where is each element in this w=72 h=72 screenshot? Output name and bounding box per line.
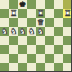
square-a6[interactable] bbox=[0, 18, 9, 27]
square-c8[interactable]: ♚ bbox=[18, 0, 27, 9]
square-e6[interactable]: ♛ bbox=[36, 18, 45, 27]
square-f6[interactable] bbox=[45, 18, 54, 27]
chess-board: ♚♜♜♜♛♞♞♞♞♞ bbox=[0, 0, 72, 72]
board-border-right bbox=[71, 0, 72, 72]
square-b6[interactable] bbox=[9, 18, 18, 27]
piece-white-rook: ♜ bbox=[10, 9, 17, 18]
square-a3[interactable] bbox=[0, 45, 9, 54]
square-g7[interactable] bbox=[54, 9, 63, 18]
square-d4[interactable] bbox=[27, 36, 36, 45]
square-c2[interactable] bbox=[18, 54, 27, 63]
square-c4[interactable] bbox=[18, 36, 27, 45]
square-a5[interactable]: ♞ bbox=[0, 27, 9, 36]
square-c5[interactable]: ♞ bbox=[18, 27, 27, 36]
square-g2[interactable] bbox=[54, 54, 63, 63]
square-c7[interactable] bbox=[18, 9, 27, 18]
piece-black-king: ♚ bbox=[19, 0, 26, 9]
square-c6[interactable] bbox=[18, 18, 27, 27]
square-d6[interactable] bbox=[27, 18, 36, 27]
square-b4[interactable] bbox=[9, 36, 18, 45]
piece-white-knight: ♞ bbox=[37, 27, 44, 36]
square-d2[interactable] bbox=[27, 54, 36, 63]
square-f8[interactable] bbox=[45, 0, 54, 9]
square-e4[interactable] bbox=[36, 36, 45, 45]
piece-white-rook: ♜ bbox=[37, 9, 44, 18]
square-e3[interactable] bbox=[36, 45, 45, 54]
square-d3[interactable] bbox=[27, 45, 36, 54]
square-d5[interactable]: ♞ bbox=[27, 27, 36, 36]
square-b3[interactable] bbox=[9, 45, 18, 54]
piece-white-knight: ♞ bbox=[28, 27, 35, 36]
square-b2[interactable] bbox=[9, 54, 18, 63]
square-f7[interactable] bbox=[45, 9, 54, 18]
square-e7[interactable]: ♜ bbox=[36, 9, 45, 18]
square-c3[interactable] bbox=[18, 45, 27, 54]
square-a7[interactable] bbox=[0, 9, 9, 18]
piece-white-knight: ♞ bbox=[10, 27, 17, 36]
board-border-bottom bbox=[0, 71, 72, 72]
square-d8[interactable] bbox=[27, 0, 36, 9]
square-a8[interactable] bbox=[0, 0, 9, 9]
square-g8[interactable] bbox=[54, 0, 63, 9]
square-e2[interactable] bbox=[36, 54, 45, 63]
square-g6[interactable] bbox=[54, 18, 63, 27]
square-g5[interactable] bbox=[54, 27, 63, 36]
square-g4[interactable] bbox=[54, 36, 63, 45]
square-f4[interactable] bbox=[45, 36, 54, 45]
square-f3[interactable] bbox=[45, 45, 54, 54]
square-e5[interactable]: ♞ bbox=[36, 27, 45, 36]
square-f2[interactable] bbox=[45, 54, 54, 63]
square-g3[interactable] bbox=[54, 45, 63, 54]
square-b7[interactable]: ♜ bbox=[9, 9, 18, 18]
chess-board-grid: ♚♜♜♜♛♞♞♞♞♞ bbox=[0, 0, 72, 72]
square-f5[interactable] bbox=[45, 27, 54, 36]
square-b5[interactable]: ♞ bbox=[9, 27, 18, 36]
square-a4[interactable] bbox=[0, 36, 9, 45]
piece-white-knight: ♞ bbox=[19, 27, 26, 36]
square-a2[interactable] bbox=[0, 54, 9, 63]
piece-white-queen: ♛ bbox=[37, 18, 44, 27]
piece-white-knight: ♞ bbox=[1, 27, 8, 36]
square-e8[interactable] bbox=[36, 0, 45, 9]
square-d7[interactable] bbox=[27, 9, 36, 18]
piece-white-rook: ♜ bbox=[64, 9, 71, 18]
square-b8[interactable] bbox=[9, 0, 18, 9]
